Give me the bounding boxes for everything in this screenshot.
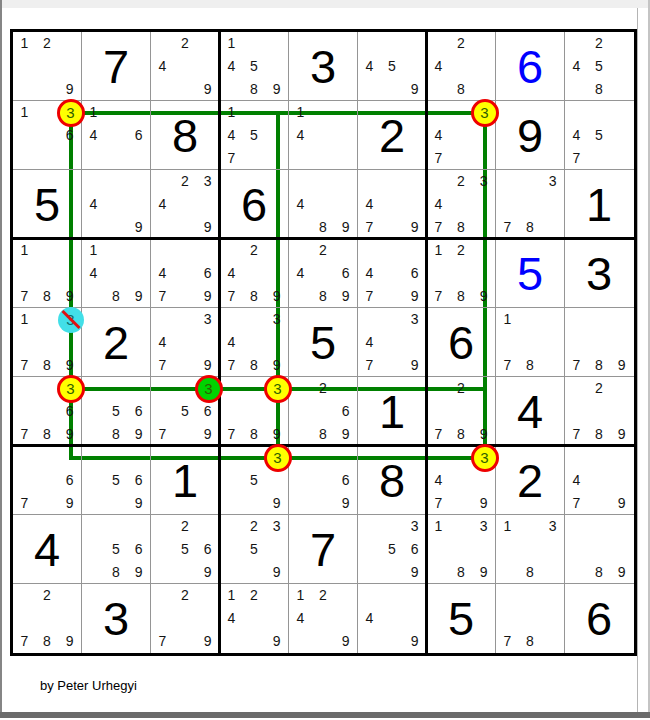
candidate-5 (36, 262, 59, 285)
cell-r2c9[interactable]: 457 (565, 101, 634, 170)
candidate-9: 9 (403, 77, 426, 100)
candidate-2: 2 (450, 239, 473, 262)
candidate-8: 8 (588, 77, 611, 100)
candidate-1 (289, 446, 312, 469)
candidate-grid: 249 (151, 32, 219, 100)
candidate-6 (265, 124, 288, 147)
candidate-3 (334, 446, 357, 469)
candidate-grid: 78 (496, 584, 564, 652)
candidate-3: 3 (265, 377, 288, 400)
candidate-6: 6 (127, 400, 150, 423)
candidate-1 (496, 170, 519, 193)
candidate-4 (565, 538, 588, 561)
candidate-3: 3 (196, 377, 219, 400)
candidate-7 (289, 146, 312, 169)
candidate-4 (427, 538, 450, 561)
cell-r6c8[interactable]: 4 (496, 377, 565, 446)
candidate-7 (82, 491, 105, 514)
cell-r3c3[interactable]: 2349 (151, 170, 220, 239)
candidate-4 (496, 193, 519, 216)
candidate-2 (312, 170, 335, 193)
solved-digit: 2 (82, 308, 150, 376)
cell-r5c6[interactable]: 3479 (358, 308, 427, 377)
candidate-5: 5 (588, 124, 611, 147)
candidate-1 (496, 584, 519, 607)
cell-r5c7[interactable]: 6 (427, 308, 496, 377)
candidate-1 (151, 32, 174, 55)
candidate-6 (265, 400, 288, 423)
cell-r1c2[interactable]: 7 (82, 32, 151, 101)
candidate-4 (13, 607, 36, 630)
cell-r8c9[interactable]: 89 (565, 515, 634, 584)
candidate-9 (472, 215, 495, 238)
candidate-6: 6 (334, 469, 357, 492)
candidate-4 (82, 538, 105, 561)
cell-r3c1[interactable]: 5 (13, 170, 82, 239)
candidate-2: 2 (243, 584, 266, 607)
candidate-7 (220, 491, 243, 514)
candidate-6 (472, 469, 495, 492)
cell-r7c2[interactable]: 569 (82, 446, 151, 515)
cell-r5c2[interactable]: 2 (82, 308, 151, 377)
cell-r4c3[interactable]: 4679 (151, 239, 220, 308)
cell-r8c4[interactable]: 2359 (220, 515, 289, 584)
candidate-8: 8 (105, 284, 128, 307)
candidate-4 (151, 607, 174, 630)
candidate-1 (358, 308, 381, 331)
candidate-2: 2 (450, 32, 473, 55)
candidate-3 (472, 239, 495, 262)
cell-r6c2[interactable]: 5689 (82, 377, 151, 446)
candidate-1 (220, 515, 243, 538)
cell-r5c4[interactable]: 34789 (220, 308, 289, 377)
candidate-5 (36, 607, 59, 630)
candidate-6 (334, 124, 357, 147)
candidate-3: 3 (472, 170, 495, 193)
candidate-6: 6 (196, 262, 219, 285)
candidate-7: 7 (427, 146, 450, 169)
solved-digit: 4 (13, 515, 81, 583)
candidate-2 (450, 101, 473, 124)
candidate-8 (174, 215, 197, 238)
solved-digit-blue: 5 (496, 239, 564, 307)
cell-r7c6[interactable]: 8 (358, 446, 427, 515)
candidate-grid: 347 (427, 101, 495, 169)
cell-r9c3[interactable]: 279 (151, 584, 220, 653)
candidate-6: 6 (403, 262, 426, 285)
cell-r3c4[interactable]: 6 (220, 170, 289, 239)
candidate-2 (243, 308, 266, 331)
candidate-3 (196, 584, 219, 607)
candidate-1 (427, 377, 450, 400)
candidate-5 (36, 469, 59, 492)
candidate-8 (381, 560, 404, 583)
candidate-7: 7 (13, 284, 36, 307)
cell-r5c3[interactable]: 3479 (151, 308, 220, 377)
solved-digit: 6 (220, 170, 288, 238)
cell-r2c6[interactable]: 2 (358, 101, 427, 170)
cell-r7c4[interactable]: 359 (220, 446, 289, 515)
candidate-9: 9 (196, 353, 219, 376)
candidate-grid: 129 (13, 32, 81, 100)
cell-r9c2[interactable]: 3 (82, 584, 151, 653)
candidate-5 (105, 193, 128, 216)
cell-r5c1[interactable]: 13789 (13, 308, 82, 377)
cell-r9c4[interactable]: 1249 (220, 584, 289, 653)
cell-r8c3[interactable]: 2569 (151, 515, 220, 584)
candidate-9: 9 (334, 284, 357, 307)
candidate-grid: 136 (13, 101, 81, 169)
candidate-1 (565, 515, 588, 538)
candidate-grid: 13789 (13, 308, 81, 376)
cell-r3c2[interactable]: 49 (82, 170, 151, 239)
candidate-grid: 479 (565, 446, 633, 514)
candidate-5: 5 (105, 400, 128, 423)
candidate-grid: 14589 (220, 32, 288, 100)
candidate-7 (289, 491, 312, 514)
candidate-5 (312, 400, 335, 423)
cell-r5c9[interactable]: 789 (565, 308, 634, 377)
candidate-1: 1 (13, 101, 36, 124)
cell-r6c6[interactable]: 1 (358, 377, 427, 446)
candidate-6 (196, 607, 219, 630)
candidate-2 (381, 239, 404, 262)
candidate-9 (58, 146, 81, 169)
candidate-9 (472, 146, 495, 169)
candidate-6 (58, 331, 81, 354)
candidate-1 (82, 446, 105, 469)
cell-r4c9[interactable]: 3 (565, 239, 634, 308)
candidate-1 (220, 446, 243, 469)
box-border-horizontal (13, 237, 634, 240)
cell-r8c6[interactable]: 3569 (358, 515, 427, 584)
candidate-8: 8 (243, 77, 266, 100)
cell-r4c4[interactable]: 24789 (220, 239, 289, 308)
candidate-2 (381, 308, 404, 331)
candidate-8 (243, 146, 266, 169)
candidate-8: 8 (519, 629, 542, 652)
candidate-6: 6 (334, 262, 357, 285)
candidate-grid: 2789 (565, 377, 633, 445)
candidate-6 (127, 193, 150, 216)
cell-r2c2[interactable]: 146 (82, 101, 151, 170)
candidate-9: 9 (472, 491, 495, 514)
candidate-7 (151, 560, 174, 583)
candidate-2 (588, 308, 611, 331)
candidate-3 (610, 515, 633, 538)
cell-r8c2[interactable]: 5689 (82, 515, 151, 584)
candidate-4: 4 (358, 262, 381, 285)
candidate-4: 4 (358, 607, 381, 630)
candidate-4 (82, 400, 105, 423)
cell-r3c8[interactable]: 378 (496, 170, 565, 239)
candidate-grid: 49 (358, 584, 426, 652)
cell-r3c7[interactable]: 23478 (427, 170, 496, 239)
cell-r6c3[interactable]: 35679 (151, 377, 220, 446)
cell-r2c7[interactable]: 347 (427, 101, 496, 170)
candidate-3 (127, 515, 150, 538)
sudoku-cells-grid: 1297249145893459248624581361468145714234… (13, 32, 634, 653)
candidate-8 (381, 284, 404, 307)
candidate-9: 9 (472, 560, 495, 583)
cell-r9c5[interactable]: 1249 (289, 584, 358, 653)
cell-r2c4[interactable]: 1457 (220, 101, 289, 170)
candidate-4: 4 (220, 607, 243, 630)
candidate-1 (358, 584, 381, 607)
cell-r7c5[interactable]: 69 (289, 446, 358, 515)
candidate-grid: 2789 (427, 377, 495, 445)
candidate-5 (243, 331, 266, 354)
cell-r6c5[interactable]: 2689 (289, 377, 358, 446)
candidate-1 (13, 377, 36, 400)
candidate-6 (265, 262, 288, 285)
cell-r7c7[interactable]: 3479 (427, 446, 496, 515)
candidate-3 (58, 446, 81, 469)
candidate-5 (36, 331, 59, 354)
candidate-2 (243, 101, 266, 124)
candidate-5 (243, 262, 266, 285)
candidate-grid: 24689 (289, 239, 357, 307)
candidate-1 (220, 377, 243, 400)
candidate-5 (588, 331, 611, 354)
candidate-7: 7 (13, 422, 36, 445)
cell-r3c5[interactable]: 489 (289, 170, 358, 239)
cell-r1c4[interactable]: 14589 (220, 32, 289, 101)
candidate-9: 9 (58, 77, 81, 100)
candidate-8 (312, 491, 335, 514)
cell-r8c8[interactable]: 138 (496, 515, 565, 584)
candidate-9: 9 (472, 422, 495, 445)
candidate-3 (265, 584, 288, 607)
solved-digit: 8 (358, 446, 426, 514)
candidate-8 (174, 422, 197, 445)
candidate-9: 9 (610, 491, 633, 514)
candidate-4 (496, 538, 519, 561)
candidate-1 (13, 446, 36, 469)
cell-r9c7[interactable]: 5 (427, 584, 496, 653)
candidate-4 (151, 538, 174, 561)
candidate-1 (427, 101, 450, 124)
candidate-2 (36, 446, 59, 469)
cell-r9c8[interactable]: 78 (496, 584, 565, 653)
cell-r3c9[interactable]: 1 (565, 170, 634, 239)
candidate-7: 7 (427, 422, 450, 445)
candidate-3 (58, 32, 81, 55)
candidate-2 (312, 101, 335, 124)
candidate-3 (334, 101, 357, 124)
candidate-3 (127, 101, 150, 124)
candidate-4 (496, 331, 519, 354)
candidate-8 (312, 146, 335, 169)
cell-r4c2[interactable]: 1489 (82, 239, 151, 308)
candidate-7 (565, 560, 588, 583)
candidate-5 (450, 400, 473, 423)
candidate-3 (58, 584, 81, 607)
candidate-4: 4 (565, 55, 588, 78)
candidate-6 (472, 262, 495, 285)
cell-r4c8[interactable]: 5 (496, 239, 565, 308)
candidate-4: 4 (220, 55, 243, 78)
cell-r9c9[interactable]: 6 (565, 584, 634, 653)
cell-r6c4[interactable]: 3789 (220, 377, 289, 446)
box-border-horizontal (13, 444, 634, 447)
solved-digit: 1 (151, 446, 219, 514)
candidate-4 (427, 262, 450, 285)
candidate-8: 8 (312, 422, 335, 445)
cell-r2c8[interactable]: 9 (496, 101, 565, 170)
candidate-5 (588, 469, 611, 492)
candidate-3 (127, 239, 150, 262)
cell-r7c1[interactable]: 679 (13, 446, 82, 515)
cell-r8c7[interactable]: 1389 (427, 515, 496, 584)
candidate-9 (541, 215, 564, 238)
cell-r2c3[interactable]: 8 (151, 101, 220, 170)
cell-r1c5[interactable]: 3 (289, 32, 358, 101)
cell-r3c6[interactable]: 479 (358, 170, 427, 239)
candidate-3 (403, 584, 426, 607)
candidate-9: 9 (334, 491, 357, 514)
candidate-1 (151, 308, 174, 331)
candidate-6 (610, 538, 633, 561)
candidate-7: 7 (13, 629, 36, 652)
candidate-3: 3 (265, 515, 288, 538)
candidate-5 (381, 262, 404, 285)
cell-r1c1[interactable]: 129 (13, 32, 82, 101)
candidate-grid: 146 (82, 101, 150, 169)
candidate-3: 3 (58, 101, 81, 124)
candidate-8: 8 (36, 284, 59, 307)
solved-digit: 5 (13, 170, 81, 238)
candidate-2 (519, 170, 542, 193)
candidate-1: 1 (220, 32, 243, 55)
candidate-7: 7 (496, 629, 519, 652)
candidate-2 (243, 32, 266, 55)
solved-digit: 4 (496, 377, 564, 445)
candidate-4 (151, 400, 174, 423)
cell-r7c9[interactable]: 479 (565, 446, 634, 515)
candidate-3: 3 (265, 446, 288, 469)
candidate-1 (565, 101, 588, 124)
candidate-2: 2 (174, 584, 197, 607)
candidate-grid: 24789 (220, 239, 288, 307)
candidate-5 (381, 193, 404, 216)
candidate-3 (610, 377, 633, 400)
candidate-7 (13, 146, 36, 169)
candidate-4 (82, 469, 105, 492)
cell-r5c8[interactable]: 178 (496, 308, 565, 377)
candidate-grid: 3479 (358, 308, 426, 376)
candidate-1 (289, 170, 312, 193)
candidate-3 (541, 584, 564, 607)
candidate-1 (82, 170, 105, 193)
candidate-5 (450, 124, 473, 147)
candidate-grid: 1249 (289, 584, 357, 652)
candidate-9: 9 (127, 491, 150, 514)
candidate-5 (312, 469, 335, 492)
candidate-8: 8 (450, 422, 473, 445)
app-window: 1297249145893459248624581361468145714234… (0, 0, 650, 720)
cell-r9c6[interactable]: 49 (358, 584, 427, 653)
candidate-1 (358, 239, 381, 262)
candidate-2 (174, 377, 197, 400)
candidate-3 (127, 377, 150, 400)
candidate-grid: 2458 (565, 32, 633, 100)
candidate-9 (127, 146, 150, 169)
candidate-3 (265, 239, 288, 262)
cell-r6c7[interactable]: 2789 (427, 377, 496, 446)
cell-r6c1[interactable]: 36789 (13, 377, 82, 446)
cell-r9c1[interactable]: 2789 (13, 584, 82, 653)
candidate-3: 3 (196, 308, 219, 331)
candidate-8: 8 (312, 284, 335, 307)
cell-r4c7[interactable]: 12789 (427, 239, 496, 308)
cell-r4c1[interactable]: 1789 (13, 239, 82, 308)
cell-r6c9[interactable]: 2789 (565, 377, 634, 446)
cell-r8c5[interactable]: 7 (289, 515, 358, 584)
candidate-1 (358, 32, 381, 55)
candidate-7 (151, 215, 174, 238)
candidate-7: 7 (565, 491, 588, 514)
candidate-9: 9 (58, 422, 81, 445)
cell-r2c5[interactable]: 14 (289, 101, 358, 170)
cell-r2c1[interactable]: 136 (13, 101, 82, 170)
candidate-5: 5 (381, 55, 404, 78)
candidate-6 (541, 193, 564, 216)
candidate-7: 7 (13, 353, 36, 376)
candidate-4: 4 (151, 331, 174, 354)
cell-r4c6[interactable]: 4679 (358, 239, 427, 308)
cell-r4c5[interactable]: 24689 (289, 239, 358, 308)
candidate-grid: 2359 (220, 515, 288, 583)
cell-r7c8[interactable]: 2 (496, 446, 565, 515)
candidate-8 (381, 215, 404, 238)
candidate-4 (358, 538, 381, 561)
candidate-1 (220, 239, 243, 262)
candidate-8 (243, 560, 266, 583)
candidate-2: 2 (243, 515, 266, 538)
candidate-grid: 2349 (151, 170, 219, 238)
candidate-5 (174, 55, 197, 78)
candidate-9: 9 (610, 560, 633, 583)
candidate-2 (450, 446, 473, 469)
candidate-9: 9 (265, 629, 288, 652)
candidate-1: 1 (82, 239, 105, 262)
cell-r1c3[interactable]: 249 (151, 32, 220, 101)
cell-r1c9[interactable]: 2458 (565, 32, 634, 101)
candidate-1 (358, 515, 381, 538)
candidate-6 (610, 55, 633, 78)
candidate-8: 8 (105, 560, 128, 583)
candidate-grid: 14 (289, 101, 357, 169)
candidate-grid: 1489 (82, 239, 150, 307)
cell-r1c8[interactable]: 6 (496, 32, 565, 101)
cell-r8c1[interactable]: 4 (13, 515, 82, 584)
candidate-4 (13, 469, 36, 492)
cell-r5c5[interactable]: 5 (289, 308, 358, 377)
candidate-8: 8 (588, 560, 611, 583)
candidate-7 (427, 77, 450, 100)
candidate-8 (381, 353, 404, 376)
solved-digit: 5 (289, 308, 357, 376)
cell-r1c7[interactable]: 248 (427, 32, 496, 101)
cell-r1c6[interactable]: 459 (358, 32, 427, 101)
candidate-8 (36, 491, 59, 514)
candidate-8 (105, 491, 128, 514)
candidate-8 (174, 284, 197, 307)
cell-r7c3[interactable]: 1 (151, 446, 220, 515)
candidate-4: 4 (427, 124, 450, 147)
candidate-3 (610, 32, 633, 55)
